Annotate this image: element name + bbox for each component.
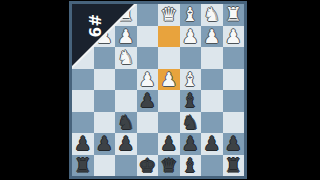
square-f6[interactable]: ♞ bbox=[115, 112, 137, 134]
square-f2[interactable]: ♟ bbox=[115, 26, 137, 48]
square-e5[interactable]: ♟ bbox=[137, 90, 159, 112]
piece-bP-b7: ♟ bbox=[203, 133, 220, 155]
square-c8[interactable]: ♝ bbox=[180, 155, 202, 177]
square-d3[interactable] bbox=[158, 47, 180, 69]
piece-bN-c6: ♞ bbox=[182, 112, 199, 134]
piece-bP-c7: ♟ bbox=[182, 133, 199, 155]
square-e6[interactable] bbox=[137, 112, 159, 134]
piece-wP-f2: ♟ bbox=[117, 26, 134, 48]
square-b4[interactable] bbox=[201, 69, 223, 91]
square-c5[interactable]: ♝ bbox=[180, 90, 202, 112]
square-a2[interactable]: ♟ bbox=[223, 26, 245, 48]
square-e1[interactable] bbox=[137, 4, 159, 26]
square-a6[interactable] bbox=[223, 112, 245, 134]
square-d6[interactable] bbox=[158, 112, 180, 134]
square-h4[interactable] bbox=[72, 69, 94, 91]
square-d8[interactable]: ♛ bbox=[158, 155, 180, 177]
square-c7[interactable]: ♟ bbox=[180, 133, 202, 155]
square-a4[interactable] bbox=[223, 69, 245, 91]
square-f5[interactable] bbox=[115, 90, 137, 112]
square-b5[interactable] bbox=[201, 90, 223, 112]
puzzle-number-label: #9 bbox=[72, 4, 116, 48]
square-d7[interactable]: ♟ bbox=[158, 133, 180, 155]
square-d1[interactable]: ♛ bbox=[158, 4, 180, 26]
square-g8[interactable] bbox=[94, 155, 116, 177]
square-g3[interactable] bbox=[94, 47, 116, 69]
square-e2[interactable] bbox=[137, 26, 159, 48]
square-e8[interactable]: ♚ bbox=[137, 155, 159, 177]
piece-wP-c2: ♟ bbox=[182, 26, 199, 48]
square-b8[interactable] bbox=[201, 155, 223, 177]
piece-bN-f6: ♞ bbox=[117, 112, 134, 134]
piece-wB-c1: ♝ bbox=[182, 4, 199, 26]
piece-wN-f3: ♞ bbox=[117, 47, 134, 69]
piece-bR-h8: ♜ bbox=[74, 155, 91, 177]
piece-bK-e8: ♚ bbox=[139, 155, 156, 177]
piece-bP-a7: ♟ bbox=[225, 133, 242, 155]
square-c6[interactable]: ♞ bbox=[180, 112, 202, 134]
square-b2[interactable]: ♟ bbox=[201, 26, 223, 48]
piece-wP-a2: ♟ bbox=[225, 26, 242, 48]
piece-bR-a8: ♜ bbox=[225, 155, 242, 177]
piece-bP-h7: ♟ bbox=[74, 133, 91, 155]
square-h8[interactable]: ♜ bbox=[72, 155, 94, 177]
piece-wN-b1: ♞ bbox=[203, 4, 220, 26]
square-c2[interactable]: ♟ bbox=[180, 26, 202, 48]
square-a7[interactable]: ♟ bbox=[223, 133, 245, 155]
square-b6[interactable] bbox=[201, 112, 223, 134]
square-e7[interactable] bbox=[137, 133, 159, 155]
square-d4[interactable]: ♟ bbox=[158, 69, 180, 91]
square-g7[interactable]: ♟ bbox=[94, 133, 116, 155]
square-e4[interactable]: ♟ bbox=[137, 69, 159, 91]
square-a5[interactable] bbox=[223, 90, 245, 112]
piece-wB-c4: ♝ bbox=[182, 69, 199, 91]
piece-bB-c5: ♝ bbox=[182, 90, 199, 112]
piece-bP-g7: ♟ bbox=[96, 133, 113, 155]
piece-bP-f7: ♟ bbox=[117, 133, 134, 155]
square-e3[interactable] bbox=[137, 47, 159, 69]
piece-wQ-d1: ♛ bbox=[160, 4, 177, 26]
square-h6[interactable] bbox=[72, 112, 94, 134]
chess-board: ♚♜♛♝♞♜♟♟♟♟♟♟♞♟♟♝♟♝♞♞♟♟♟♟♟♟♟♜♚♛♝♜ #9 bbox=[69, 1, 247, 179]
square-a3[interactable] bbox=[223, 47, 245, 69]
piece-bP-e5: ♟ bbox=[139, 90, 156, 112]
piece-bP-d7: ♟ bbox=[160, 133, 177, 155]
square-b3[interactable] bbox=[201, 47, 223, 69]
square-d5[interactable] bbox=[158, 90, 180, 112]
square-f7[interactable]: ♟ bbox=[115, 133, 137, 155]
square-b7[interactable]: ♟ bbox=[201, 133, 223, 155]
piece-wP-b2: ♟ bbox=[203, 26, 220, 48]
square-f8[interactable] bbox=[115, 155, 137, 177]
square-g6[interactable] bbox=[94, 112, 116, 134]
square-g5[interactable] bbox=[94, 90, 116, 112]
piece-bB-c8: ♝ bbox=[182, 155, 199, 177]
piece-bQ-d8: ♛ bbox=[160, 155, 177, 177]
square-a1[interactable]: ♜ bbox=[223, 4, 245, 26]
square-c4[interactable]: ♝ bbox=[180, 69, 202, 91]
square-b1[interactable]: ♞ bbox=[201, 4, 223, 26]
piece-wP-d4: ♟ bbox=[160, 69, 177, 91]
square-h7[interactable]: ♟ bbox=[72, 133, 94, 155]
square-a8[interactable]: ♜ bbox=[223, 155, 245, 177]
square-h5[interactable] bbox=[72, 90, 94, 112]
square-c1[interactable]: ♝ bbox=[180, 4, 202, 26]
square-d2[interactable] bbox=[158, 26, 180, 48]
square-f3[interactable]: ♞ bbox=[115, 47, 137, 69]
square-c3[interactable] bbox=[180, 47, 202, 69]
piece-wP-e4: ♟ bbox=[139, 69, 156, 91]
square-f4[interactable] bbox=[115, 69, 137, 91]
square-g4[interactable] bbox=[94, 69, 116, 91]
piece-wR-a1: ♜ bbox=[225, 4, 242, 26]
